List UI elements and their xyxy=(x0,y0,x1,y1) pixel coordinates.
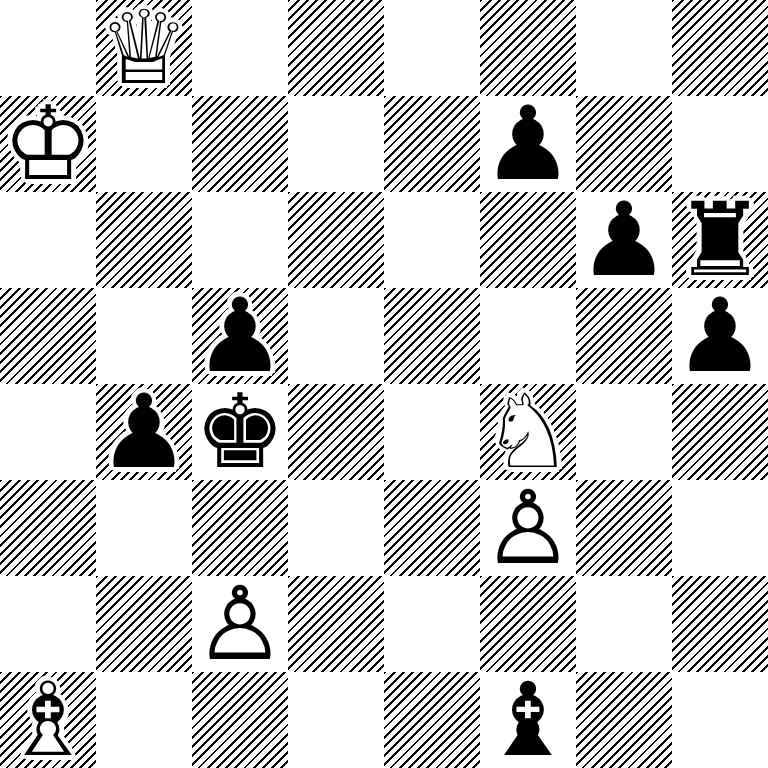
square-h7[interactable] xyxy=(672,96,768,192)
square-e3[interactable] xyxy=(384,480,480,576)
square-g5[interactable] xyxy=(576,288,672,384)
square-b7[interactable] xyxy=(96,96,192,192)
white-pawn-halo: ♟ xyxy=(192,576,288,672)
piece-white-bishop-icon: ♗ xyxy=(0,672,96,768)
square-a7[interactable]: ♚♔ xyxy=(0,96,96,192)
white-knight-halo: ♞ xyxy=(480,384,576,480)
square-a3[interactable] xyxy=(0,480,96,576)
square-g8[interactable] xyxy=(576,0,672,96)
black-pawn-halo: ♟ xyxy=(672,288,768,384)
square-b1[interactable] xyxy=(96,672,192,768)
square-e7[interactable] xyxy=(384,96,480,192)
square-c2[interactable]: ♟♙ xyxy=(192,576,288,672)
square-b8[interactable]: ♛♕ xyxy=(96,0,192,96)
square-g3[interactable] xyxy=(576,480,672,576)
black-pawn-halo: ♟ xyxy=(480,96,576,192)
square-c8[interactable] xyxy=(192,0,288,96)
square-c1[interactable] xyxy=(192,672,288,768)
piece-black-pawn-icon: ♟ xyxy=(576,192,672,288)
square-a2[interactable] xyxy=(0,576,96,672)
square-f1[interactable]: ♝♝ xyxy=(480,672,576,768)
square-h2[interactable] xyxy=(672,576,768,672)
piece-white-pawn-icon: ♙ xyxy=(480,480,576,576)
piece-black-king-icon: ♚ xyxy=(192,384,288,480)
square-d5[interactable] xyxy=(288,288,384,384)
square-h6[interactable]: ♜♜ xyxy=(672,192,768,288)
piece-white-king-icon: ♔ xyxy=(0,96,96,192)
square-a4[interactable] xyxy=(0,384,96,480)
square-d6[interactable] xyxy=(288,192,384,288)
piece-black-rook-icon: ♜ xyxy=(672,192,768,288)
white-queen-halo: ♛ xyxy=(96,0,192,96)
chess-diagram: ♛♕♚♔♟♟♟♟♜♜♟♟♟♟♟♟♚♚♞♘♟♙♟♙♝♗♝♝ xyxy=(0,0,768,768)
square-f3[interactable]: ♟♙ xyxy=(480,480,576,576)
square-d7[interactable] xyxy=(288,96,384,192)
square-h3[interactable] xyxy=(672,480,768,576)
square-c5[interactable]: ♟♟ xyxy=(192,288,288,384)
square-e6[interactable] xyxy=(384,192,480,288)
square-h8[interactable] xyxy=(672,0,768,96)
white-pawn-halo: ♟ xyxy=(480,480,576,576)
square-c4[interactable]: ♚♚ xyxy=(192,384,288,480)
square-e8[interactable] xyxy=(384,0,480,96)
black-pawn-halo: ♟ xyxy=(576,192,672,288)
black-bishop-halo: ♝ xyxy=(480,672,576,768)
square-d8[interactable] xyxy=(288,0,384,96)
square-e4[interactable] xyxy=(384,384,480,480)
square-f7[interactable]: ♟♟ xyxy=(480,96,576,192)
piece-white-knight-icon: ♘ xyxy=(480,384,576,480)
square-b6[interactable] xyxy=(96,192,192,288)
piece-black-pawn-icon: ♟ xyxy=(672,288,768,384)
square-h1[interactable] xyxy=(672,672,768,768)
white-king-halo: ♚ xyxy=(0,96,96,192)
square-c3[interactable] xyxy=(192,480,288,576)
square-d1[interactable] xyxy=(288,672,384,768)
piece-black-pawn-icon: ♟ xyxy=(192,288,288,384)
black-king-halo: ♚ xyxy=(192,384,288,480)
piece-white-queen-icon: ♕ xyxy=(96,0,192,96)
square-f6[interactable] xyxy=(480,192,576,288)
square-b5[interactable] xyxy=(96,288,192,384)
square-b2[interactable] xyxy=(96,576,192,672)
piece-black-pawn-icon: ♟ xyxy=(96,384,192,480)
piece-white-pawn-icon: ♙ xyxy=(192,576,288,672)
square-a6[interactable] xyxy=(0,192,96,288)
square-g4[interactable] xyxy=(576,384,672,480)
square-g6[interactable]: ♟♟ xyxy=(576,192,672,288)
chess-board: ♛♕♚♔♟♟♟♟♜♜♟♟♟♟♟♟♚♚♞♘♟♙♟♙♝♗♝♝ xyxy=(0,0,768,768)
square-g7[interactable] xyxy=(576,96,672,192)
white-bishop-halo: ♝ xyxy=(0,672,96,768)
black-pawn-halo: ♟ xyxy=(96,384,192,480)
square-e5[interactable] xyxy=(384,288,480,384)
square-d3[interactable] xyxy=(288,480,384,576)
square-e2[interactable] xyxy=(384,576,480,672)
piece-black-bishop-icon: ♝ xyxy=(480,672,576,768)
square-b4[interactable]: ♟♟ xyxy=(96,384,192,480)
square-b3[interactable] xyxy=(96,480,192,576)
square-c6[interactable] xyxy=(192,192,288,288)
square-e1[interactable] xyxy=(384,672,480,768)
piece-black-pawn-icon: ♟ xyxy=(480,96,576,192)
black-pawn-halo: ♟ xyxy=(192,288,288,384)
black-rook-halo: ♜ xyxy=(672,192,768,288)
square-g1[interactable] xyxy=(576,672,672,768)
square-d4[interactable] xyxy=(288,384,384,480)
square-c7[interactable] xyxy=(192,96,288,192)
square-d2[interactable] xyxy=(288,576,384,672)
square-f4[interactable]: ♞♘ xyxy=(480,384,576,480)
square-h4[interactable] xyxy=(672,384,768,480)
square-f5[interactable] xyxy=(480,288,576,384)
square-f8[interactable] xyxy=(480,0,576,96)
square-f2[interactable] xyxy=(480,576,576,672)
square-h5[interactable]: ♟♟ xyxy=(672,288,768,384)
square-a5[interactable] xyxy=(0,288,96,384)
square-a8[interactable] xyxy=(0,0,96,96)
square-g2[interactable] xyxy=(576,576,672,672)
square-a1[interactable]: ♝♗ xyxy=(0,672,96,768)
